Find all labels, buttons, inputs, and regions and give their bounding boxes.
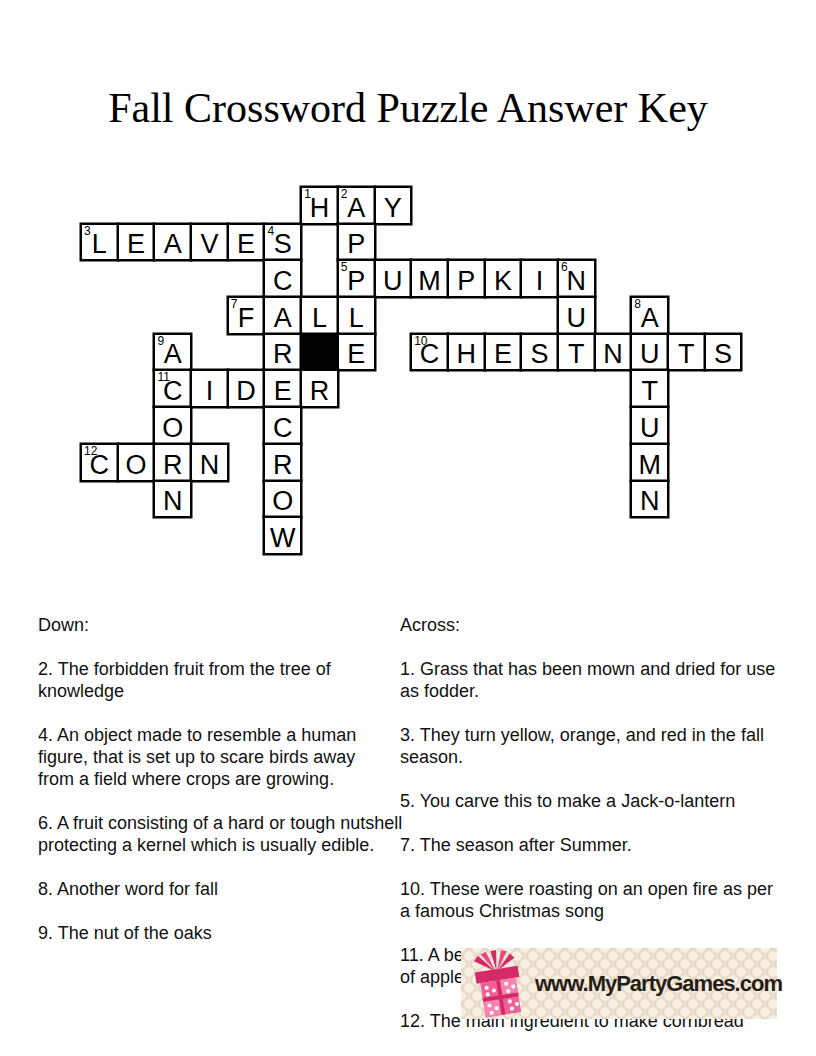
cell-letter: A: [164, 341, 182, 369]
grid-cell: E: [118, 224, 155, 261]
cell-letter: H: [456, 341, 476, 369]
cell-letter: S: [274, 231, 292, 259]
cell-letter: M: [418, 268, 441, 296]
clue-down-2: 2. The forbidden fruit from the tree of …: [38, 658, 408, 702]
grid-cell: 9A: [154, 334, 191, 371]
grid-cell: W: [264, 517, 301, 554]
cell-letter: N: [640, 488, 660, 516]
cell-letter: S: [531, 341, 549, 369]
cell-letter: D: [236, 378, 256, 406]
grid-cell: S: [521, 334, 558, 371]
cell-letter: S: [714, 341, 732, 369]
cell-letter: C: [273, 268, 293, 296]
cell-letter: U: [640, 415, 660, 443]
grid-cell: 1H: [301, 187, 338, 224]
grid-cell: I: [191, 370, 228, 407]
clue-across-1: 1. Grass that has been mown and dried fo…: [400, 658, 802, 702]
grid-cell: N: [191, 444, 228, 481]
cell-letter: E: [127, 231, 145, 259]
cell-letter: N: [603, 341, 623, 369]
cell-letter: V: [200, 231, 218, 259]
cell-letter: A: [641, 305, 659, 333]
cell-letter: O: [272, 488, 293, 516]
cell-letter: R: [310, 378, 330, 406]
gift-icon: [466, 949, 532, 1019]
cell-letter: L: [92, 231, 107, 259]
cell-number: 11: [157, 371, 169, 385]
grid-cell: R: [264, 334, 301, 371]
clue-down-9: 9. The nut of the oaks: [38, 922, 408, 944]
grid-cell: O: [264, 481, 301, 518]
grid-cell: T: [668, 334, 705, 371]
cell-number: 6: [561, 261, 568, 275]
grid-cell: I: [521, 260, 558, 297]
cell-letter: U: [383, 268, 403, 296]
cell-letter: E: [237, 231, 255, 259]
page-title: Fall Crossword Puzzle Answer Key: [0, 86, 816, 130]
crossword-grid: 1H2AY3LEAVE4SPC5PUMPKI6N7FALLU8A9ARE10CH…: [81, 187, 741, 554]
cell-letter: A: [274, 305, 292, 333]
cell-letter: A: [164, 231, 182, 259]
cell-number: 12: [84, 445, 97, 459]
cell-number: 8: [634, 298, 641, 312]
cell-number: 4: [267, 225, 274, 239]
down-heading: Down:: [38, 614, 408, 636]
grid-cell: N: [595, 334, 632, 371]
cell-letter: L: [312, 305, 327, 333]
cell-letter: T: [568, 341, 585, 369]
cell-letter: F: [238, 305, 255, 333]
cell-letter: O: [162, 415, 183, 443]
grid-cell: A: [264, 297, 301, 334]
grid-cell: T: [631, 370, 668, 407]
grid-cell: 11C: [154, 370, 191, 407]
footer-banner: www.MyPartyGames.com: [461, 948, 777, 1019]
across-heading: Across:: [400, 614, 802, 636]
grid-cell: 6N: [558, 260, 595, 297]
cell-letter: P: [457, 268, 475, 296]
clue-down-8: 8. Another word for fall: [38, 878, 408, 900]
down-clues-section: Down: 2. The forbidden fruit from the tr…: [38, 592, 408, 966]
grid-cell: E: [264, 370, 301, 407]
clue-across-7: 7. The season after Summer.: [400, 834, 802, 856]
cell-number: 3: [84, 225, 91, 239]
cell-letter: T: [678, 341, 695, 369]
cell-number: 1: [304, 188, 311, 202]
grid-cell: E: [228, 224, 265, 261]
cell-letter: P: [347, 268, 365, 296]
cell-number: 2: [341, 188, 348, 202]
grid-cell: N: [154, 481, 191, 518]
cell-number: 9: [157, 335, 164, 349]
clue-down-6: 6. A fruit consisting of a hard or tough…: [38, 812, 408, 856]
cell-number: 7: [231, 298, 238, 312]
cell-letter: E: [494, 341, 512, 369]
cell-letter: Y: [384, 195, 402, 223]
cell-letter: R: [273, 341, 293, 369]
grid-cell: R: [154, 444, 191, 481]
grid-cell: N: [631, 481, 668, 518]
grid-cell: P: [448, 260, 485, 297]
grid-cell: R: [264, 444, 301, 481]
grid-cell: U: [558, 297, 595, 334]
clue-across-5: 5. You carve this to make a Jack-o-lante…: [400, 790, 802, 812]
cell-number: 10: [414, 335, 427, 349]
grid-cell: M: [631, 444, 668, 481]
cell-letter: P: [347, 231, 365, 259]
grid-cell: L: [301, 297, 338, 334]
grid-cell: T: [558, 334, 595, 371]
grid-cell: M: [411, 260, 448, 297]
grid-cell: U: [631, 407, 668, 444]
cell-letter: M: [638, 452, 661, 480]
clue-down-4: 4. An object made to resemble a human fi…: [38, 724, 408, 790]
grid-cell: H: [448, 334, 485, 371]
grid-cell: P: [338, 224, 375, 261]
grid-cell: 7F: [228, 297, 265, 334]
cell-letter: L: [349, 305, 364, 333]
grid-cell: 5P: [338, 260, 375, 297]
grid-cell: C: [264, 260, 301, 297]
cell-letter: U: [640, 341, 660, 369]
grid-cell: 10C: [411, 334, 448, 371]
cell-letter: R: [163, 452, 183, 480]
grid-cell: V: [191, 224, 228, 261]
grid-cell: D: [228, 370, 265, 407]
website-text: www.MyPartyGames.com: [535, 948, 775, 1019]
cell-letter: N: [200, 452, 220, 480]
grid-cell: 12C: [81, 444, 118, 481]
grid-cell: U: [631, 334, 668, 371]
cell-letter: C: [273, 415, 293, 443]
cell-letter: E: [347, 341, 365, 369]
cell-letter: O: [126, 452, 147, 480]
cell-letter: I: [536, 268, 544, 296]
grid-cell: E: [485, 334, 522, 371]
cell-letter: N: [567, 268, 587, 296]
cell-letter: U: [567, 305, 587, 333]
grid-cell: R: [301, 370, 338, 407]
grid-cell: O: [118, 444, 155, 481]
grid-cell: Y: [375, 187, 412, 224]
grid-cell: C: [264, 407, 301, 444]
grid-cell: A: [154, 224, 191, 261]
cell-number: 5: [341, 261, 348, 275]
grid-cell: 3L: [81, 224, 118, 261]
grid-cell: U: [375, 260, 412, 297]
cell-letter: N: [163, 488, 183, 516]
clue-across-10: 10. These were roasting on an open fire …: [400, 878, 802, 922]
grid-cell: K: [485, 260, 522, 297]
cell-letter: W: [270, 525, 295, 553]
clue-across-3: 3. They turn yellow, orange, and red in …: [400, 724, 802, 768]
cell-letter: T: [641, 378, 658, 406]
grid-cell: 4S: [264, 224, 301, 261]
grid-cell: S: [705, 334, 742, 371]
grid-cell: 8A: [631, 297, 668, 334]
cell-letter: A: [347, 195, 365, 223]
grid-cell: E: [338, 334, 375, 371]
grid-cell: L: [338, 297, 375, 334]
grid-cell: 2A: [338, 187, 375, 224]
cell-letter: E: [274, 378, 292, 406]
cell-letter: K: [494, 268, 512, 296]
grid-cell-black: [301, 334, 338, 371]
cell-letter: R: [273, 452, 293, 480]
cell-letter: I: [206, 378, 214, 406]
cell-letter: H: [310, 195, 330, 223]
grid-cell: O: [154, 407, 191, 444]
